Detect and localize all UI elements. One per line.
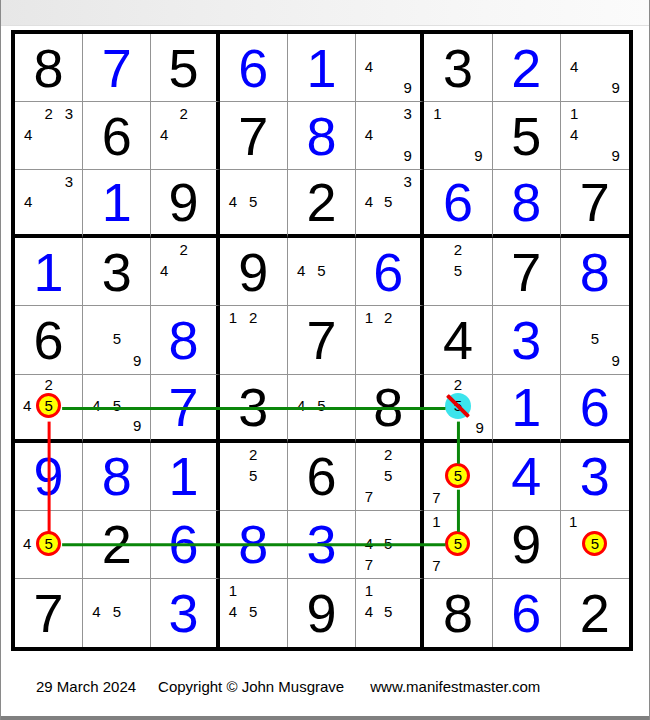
candidate-grid: 12 xyxy=(359,307,417,370)
cell-r6c2[interactable]: 459 xyxy=(83,375,151,443)
candidate-1: 1 xyxy=(564,512,583,531)
cell-r9c6[interactable]: 145 xyxy=(356,579,424,647)
candidate-grid: 19 xyxy=(427,103,488,166)
highlighted-candidate-circle: 5 xyxy=(445,393,471,419)
cell-r4c6[interactable]: 6 xyxy=(356,238,424,306)
candidate-2: 2 xyxy=(445,376,471,393)
candidate-5: 5 xyxy=(107,328,127,349)
candidate-9: 9 xyxy=(605,350,626,371)
candidate-1: 1 xyxy=(223,307,243,328)
cell-r3c7[interactable]: 6 xyxy=(424,170,492,238)
cell-r9c1[interactable]: 7 xyxy=(15,579,83,647)
candidate-2: 2 xyxy=(243,307,263,328)
candidate-7: 7 xyxy=(427,556,445,575)
given-digit: 9 xyxy=(151,170,215,234)
bottom-bar xyxy=(1,716,649,720)
candidate-5: 5 xyxy=(585,328,606,349)
candidate-5: 5 xyxy=(379,601,398,622)
given-digit: 2 xyxy=(288,170,355,234)
cell-r2c4[interactable]: 7 xyxy=(220,102,288,170)
candidate-grid: 12 xyxy=(223,307,284,370)
cell-r9c4[interactable]: 145 xyxy=(220,579,288,647)
given-digit: 9 xyxy=(288,579,355,647)
footer-date: 29 March 2024 xyxy=(36,678,136,695)
candidate-4: 4 xyxy=(291,260,311,281)
solved-digit: 9 xyxy=(15,443,82,510)
candidate-9: 9 xyxy=(605,145,626,166)
given-digit: 7 xyxy=(288,306,355,373)
cell-r2c1[interactable]: 234 xyxy=(15,102,83,170)
candidate-5: 5 xyxy=(36,531,61,556)
given-digit: 8 xyxy=(15,34,82,101)
cell-r3c4[interactable]: 45 xyxy=(220,170,288,238)
given-digit: 8 xyxy=(424,579,491,647)
cell-r1c6[interactable]: 49 xyxy=(356,34,424,102)
candidate-grid: 157 xyxy=(427,512,488,575)
candidate-grid: 259 xyxy=(427,376,488,436)
cell-r5c5[interactable]: 7 xyxy=(288,306,356,374)
candidate-grid: 345 xyxy=(359,171,417,231)
candidate-1: 1 xyxy=(564,103,585,124)
candidate-grid: 25 xyxy=(427,239,488,302)
candidate-grid: 257 xyxy=(359,444,417,507)
candidate-grid: 234 xyxy=(18,103,79,166)
cell-r8c7[interactable]: 157 xyxy=(424,511,492,579)
candidate-2: 2 xyxy=(174,103,193,124)
given-digit: 3 xyxy=(220,375,287,439)
cell-r5c7[interactable]: 4 xyxy=(424,306,492,374)
candidate-2: 2 xyxy=(379,444,398,465)
cell-r8c2[interactable]: 2 xyxy=(83,511,151,579)
candidate-grid: 57 xyxy=(427,444,488,507)
candidate-1: 1 xyxy=(359,580,378,601)
solved-digit: 8 xyxy=(561,238,629,305)
solved-digit: 1 xyxy=(83,170,150,234)
cell-r6c5[interactable]: 45 xyxy=(288,375,356,443)
given-digit: 6 xyxy=(288,443,355,510)
cell-r6c4[interactable]: 3 xyxy=(220,375,288,443)
cell-r2c7[interactable]: 19 xyxy=(424,102,492,170)
given-digit: 2 xyxy=(83,511,150,578)
cell-r4c8[interactable]: 7 xyxy=(493,238,561,306)
footer: 29 March 2024Copyright © John Musgraveww… xyxy=(36,678,540,695)
candidate-5: 5 xyxy=(445,463,470,488)
solved-digit: 6 xyxy=(356,238,420,305)
given-digit: 6 xyxy=(15,306,82,373)
solved-digit: 1 xyxy=(15,238,82,305)
cell-r5c6[interactable]: 12 xyxy=(356,306,424,374)
candidate-5: 5 xyxy=(243,465,263,486)
circled-candidate: 5 xyxy=(445,531,470,556)
candidate-4: 4 xyxy=(18,124,38,145)
candidate-5: 5 xyxy=(311,396,331,416)
given-digit: 6 xyxy=(83,102,150,169)
cell-r9c3[interactable]: 3 xyxy=(151,579,219,647)
cell-r8c4[interactable]: 8 xyxy=(220,511,288,579)
candidate-grid: 145 xyxy=(223,580,284,644)
candidate-4: 4 xyxy=(359,124,378,145)
sudoku-board: 8756149324923462478349195149341945234568… xyxy=(11,30,633,651)
given-digit: 3 xyxy=(424,34,491,101)
solved-digit: 8 xyxy=(493,170,560,234)
candidate-4: 4 xyxy=(564,56,585,77)
cell-r7c8[interactable]: 4 xyxy=(493,443,561,511)
circled-candidate: 5 xyxy=(582,531,607,556)
solved-digit: 3 xyxy=(493,306,560,373)
cell-r8c8[interactable]: 9 xyxy=(493,511,561,579)
given-digit: 7 xyxy=(561,170,629,234)
candidate-grid: 45 xyxy=(291,239,352,302)
candidate-grid: 15 xyxy=(564,512,626,575)
candidate-4: 4 xyxy=(564,124,585,145)
app-window: 8756149324923462478349195149341945234568… xyxy=(0,0,650,720)
cell-r5c8[interactable]: 3 xyxy=(493,306,561,374)
candidate-9: 9 xyxy=(398,145,417,166)
cell-r5c9[interactable]: 59 xyxy=(561,306,629,374)
solved-digit: 4 xyxy=(493,443,560,510)
solved-digit: 6 xyxy=(493,579,560,647)
cell-r6c3[interactable]: 7 xyxy=(151,375,219,443)
candidate-5: 5 xyxy=(36,393,61,418)
candidate-1: 1 xyxy=(427,103,447,124)
solved-digit: 6 xyxy=(151,511,215,578)
solved-digit: 8 xyxy=(151,306,215,373)
cell-r5c4[interactable]: 12 xyxy=(220,306,288,374)
cell-r4c7[interactable]: 25 xyxy=(424,238,492,306)
candidate-grid: 34 xyxy=(18,171,79,231)
cell-r3c6[interactable]: 345 xyxy=(356,170,424,238)
cell-r2c2[interactable]: 6 xyxy=(83,102,151,170)
cell-r8c1[interactable]: 45 xyxy=(15,511,83,579)
cell-r3c9[interactable]: 7 xyxy=(561,170,629,238)
solved-digit: 3 xyxy=(151,579,215,647)
cell-r4c9[interactable]: 8 xyxy=(561,238,629,306)
cell-r3c8[interactable]: 8 xyxy=(493,170,561,238)
given-digit: 7 xyxy=(493,238,560,305)
candidate-5: 5 xyxy=(243,191,263,211)
given-digit: 5 xyxy=(493,102,560,169)
given-digit: 4 xyxy=(424,306,491,373)
candidate-4: 4 xyxy=(86,601,106,622)
solved-digit: 8 xyxy=(83,443,150,510)
candidate-4: 4 xyxy=(154,124,173,145)
candidate-9: 9 xyxy=(127,350,147,371)
cell-r7c7[interactable]: 57 xyxy=(424,443,492,511)
circled-candidate: 5 xyxy=(445,463,470,488)
elimination-slash-icon xyxy=(446,394,470,418)
candidate-grid: 59 xyxy=(86,307,147,370)
given-digit: 9 xyxy=(220,238,287,305)
candidate-grid: 459 xyxy=(86,376,147,436)
cell-r1c3[interactable]: 5 xyxy=(151,34,219,102)
cell-r2c9[interactable]: 149 xyxy=(561,102,629,170)
cell-r2c8[interactable]: 5 xyxy=(493,102,561,170)
cell-r1c2[interactable]: 7 xyxy=(83,34,151,102)
candidate-7: 7 xyxy=(427,488,445,507)
candidate-5: 5 xyxy=(448,260,468,281)
candidate-4: 4 xyxy=(359,191,378,211)
cell-r8c9[interactable]: 15 xyxy=(561,511,629,579)
solved-digit: 7 xyxy=(83,34,150,101)
cell-r9c7[interactable]: 8 xyxy=(424,579,492,647)
candidate-2: 2 xyxy=(174,239,193,260)
cell-r4c5[interactable]: 45 xyxy=(288,238,356,306)
solved-digit: 6 xyxy=(561,375,629,439)
circled-candidate: 5 xyxy=(36,531,61,556)
cell-r7c5[interactable]: 6 xyxy=(288,443,356,511)
candidate-2: 2 xyxy=(379,307,398,328)
cell-r5c3[interactable]: 8 xyxy=(151,306,219,374)
candidate-7: 7 xyxy=(359,486,378,507)
candidate-grid: 145 xyxy=(359,580,417,644)
candidate-2: 2 xyxy=(243,444,263,465)
cell-r8c5[interactable]: 3 xyxy=(288,511,356,579)
footer-website-link[interactable]: www.manifestmaster.com xyxy=(370,678,540,695)
candidate-5: 5 xyxy=(311,260,331,281)
candidate-5: 5 xyxy=(582,531,607,556)
footer-copyright: Copyright © John Musgrave xyxy=(158,678,344,695)
cell-r1c1[interactable]: 8 xyxy=(15,34,83,102)
candidate-grid: 245 xyxy=(18,376,79,436)
solved-digit: 2 xyxy=(493,34,560,101)
candidate-grid: 349 xyxy=(359,103,417,166)
candidate-5: 5 xyxy=(379,533,398,554)
given-digit: 3 xyxy=(83,238,150,305)
candidate-4: 4 xyxy=(223,601,243,622)
cell-r3c1[interactable]: 34 xyxy=(15,170,83,238)
cell-r2c5[interactable]: 8 xyxy=(288,102,356,170)
cell-r9c9[interactable]: 2 xyxy=(561,579,629,647)
cell-r2c6[interactable]: 349 xyxy=(356,102,424,170)
cell-r1c7[interactable]: 3 xyxy=(424,34,492,102)
candidate-9: 9 xyxy=(468,145,488,166)
candidate-5: 5 xyxy=(445,531,470,556)
cell-r7c3[interactable]: 1 xyxy=(151,443,219,511)
cell-r9c2[interactable]: 45 xyxy=(83,579,151,647)
candidate-4: 4 xyxy=(359,533,378,554)
cell-r6c6[interactable]: 8 xyxy=(356,375,424,443)
candidate-2: 2 xyxy=(448,239,468,260)
candidate-4: 4 xyxy=(86,396,106,416)
candidate-4: 4 xyxy=(291,396,311,416)
solved-digit: 1 xyxy=(151,443,215,510)
cell-r1c8[interactable]: 2 xyxy=(493,34,561,102)
candidate-5: 5 xyxy=(243,601,263,622)
cell-r1c4[interactable]: 6 xyxy=(220,34,288,102)
solved-digit: 8 xyxy=(220,511,287,578)
cell-r7c4[interactable]: 25 xyxy=(220,443,288,511)
candidate-5: 5 xyxy=(107,396,127,416)
solved-digit: 1 xyxy=(288,34,355,101)
cell-r9c5[interactable]: 9 xyxy=(288,579,356,647)
cell-r3c3[interactable]: 9 xyxy=(151,170,219,238)
candidate-4: 4 xyxy=(359,601,378,622)
candidate-9: 9 xyxy=(127,416,147,436)
given-digit: 7 xyxy=(220,102,287,169)
candidate-3: 3 xyxy=(398,171,417,191)
candidate-2: 2 xyxy=(36,376,61,394)
given-digit: 2 xyxy=(561,579,629,647)
candidate-3: 3 xyxy=(398,103,417,124)
cell-r7c2[interactable]: 8 xyxy=(83,443,151,511)
candidate-1: 1 xyxy=(223,580,243,601)
solved-digit: 6 xyxy=(424,170,491,234)
solved-digit: 6 xyxy=(220,34,287,101)
title-bar xyxy=(1,0,649,26)
cell-r4c3[interactable]: 24 xyxy=(151,238,219,306)
candidate-1: 1 xyxy=(427,512,445,531)
given-digit: 8 xyxy=(356,375,420,439)
candidate-4: 4 xyxy=(359,56,378,77)
cell-r6c7[interactable]: 259 xyxy=(424,375,492,443)
cell-r2c3[interactable]: 24 xyxy=(151,102,219,170)
candidate-4: 4 xyxy=(223,191,243,211)
candidate-9: 9 xyxy=(605,77,626,98)
candidate-9: 9 xyxy=(398,77,417,98)
candidate-grid: 45 xyxy=(86,580,147,644)
candidate-grid: 25 xyxy=(223,444,284,507)
candidate-5: 5 xyxy=(379,465,398,486)
solved-digit: 3 xyxy=(288,511,355,578)
candidate-5: 5 xyxy=(107,601,127,622)
candidate-3: 3 xyxy=(59,171,79,191)
solved-digit: 8 xyxy=(288,102,355,169)
candidate-grid: 24 xyxy=(154,103,212,166)
candidate-2: 2 xyxy=(38,103,58,124)
cell-r7c6[interactable]: 257 xyxy=(356,443,424,511)
cell-r6c1[interactable]: 245 xyxy=(15,375,83,443)
candidate-3: 3 xyxy=(59,103,79,124)
candidate-4: 4 xyxy=(18,531,36,556)
candidate-4: 4 xyxy=(18,191,38,211)
candidate-grid: 49 xyxy=(564,35,626,98)
candidate-grid: 45 xyxy=(223,171,284,231)
cell-r4c4[interactable]: 9 xyxy=(220,238,288,306)
cell-r1c5[interactable]: 1 xyxy=(288,34,356,102)
solved-digit: 1 xyxy=(493,375,560,439)
candidate-5: 5 xyxy=(445,393,471,419)
candidate-grid: 45 xyxy=(18,512,79,575)
solved-digit: 7 xyxy=(151,375,215,439)
cell-r6c8[interactable]: 1 xyxy=(493,375,561,443)
cell-r5c2[interactable]: 59 xyxy=(83,306,151,374)
candidate-4: 4 xyxy=(154,260,173,281)
candidate-grid: 457 xyxy=(359,512,417,575)
cell-r3c2[interactable]: 1 xyxy=(83,170,151,238)
cell-r3c5[interactable]: 2 xyxy=(288,170,356,238)
circled-candidate: 5 xyxy=(36,393,61,418)
candidate-grid: 24 xyxy=(154,239,212,302)
cell-r1c9[interactable]: 49 xyxy=(561,34,629,102)
cell-r4c2[interactable]: 3 xyxy=(83,238,151,306)
candidate-grid: 49 xyxy=(359,35,417,98)
candidate-7: 7 xyxy=(359,554,378,575)
candidate-grid: 149 xyxy=(564,103,626,166)
cell-r4c1[interactable]: 1 xyxy=(15,238,83,306)
cell-r8c6[interactable]: 457 xyxy=(356,511,424,579)
given-digit: 9 xyxy=(493,511,560,578)
cell-r7c1[interactable]: 9 xyxy=(15,443,83,511)
given-digit: 5 xyxy=(151,34,215,101)
cell-r8c3[interactable]: 6 xyxy=(151,511,219,579)
candidate-5: 5 xyxy=(379,191,398,211)
cell-r5c1[interactable]: 6 xyxy=(15,306,83,374)
cell-r7c9[interactable]: 3 xyxy=(561,443,629,511)
candidate-4: 4 xyxy=(18,393,36,418)
given-digit: 7 xyxy=(15,579,82,647)
candidate-grid: 59 xyxy=(564,307,626,370)
candidate-9: 9 xyxy=(471,419,489,436)
candidate-grid: 45 xyxy=(291,376,352,436)
cell-r6c9[interactable]: 6 xyxy=(561,375,629,443)
candidate-1: 1 xyxy=(359,307,378,328)
cell-r9c8[interactable]: 6 xyxy=(493,579,561,647)
solved-digit: 3 xyxy=(561,443,629,510)
